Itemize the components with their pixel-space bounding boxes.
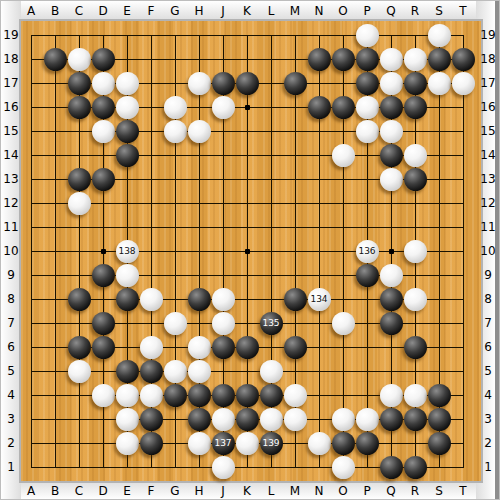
stone-F5[interactable]	[140, 360, 163, 383]
coord-letter-bottom: C	[69, 484, 89, 498]
stone-J1[interactable]	[212, 456, 235, 479]
coord-number-left: 8	[1, 292, 21, 306]
coord-number-right: 7	[478, 316, 498, 330]
stone-Q18[interactable]	[380, 48, 403, 71]
stone-P19[interactable]	[356, 24, 379, 47]
stone-R4[interactable]	[404, 384, 427, 407]
move-number-label: 138	[118, 247, 135, 256]
stone-M4[interactable]	[284, 384, 307, 407]
stone-D13[interactable]	[92, 168, 115, 191]
stone-P16[interactable]	[356, 96, 379, 119]
stone-H3[interactable]	[188, 408, 211, 431]
stone-J8[interactable]	[212, 288, 235, 311]
coord-letter-top: O	[333, 4, 353, 18]
stone-R14[interactable]	[404, 144, 427, 167]
coord-number-right: 3	[478, 412, 498, 426]
coord-letter-top: B	[45, 4, 65, 18]
stone-R1[interactable]	[404, 456, 427, 479]
coord-number-left: 15	[1, 124, 21, 138]
stone-P18[interactable]	[356, 48, 379, 71]
coord-number-left: 1	[1, 460, 21, 474]
stone-D17[interactable]	[92, 72, 115, 95]
stone-C17[interactable]	[68, 72, 91, 95]
coord-number-right: 12	[478, 196, 498, 210]
stone-C5[interactable]	[68, 360, 91, 383]
coord-number-right: 2	[478, 436, 498, 450]
stone-L7[interactable]: 135	[260, 312, 283, 335]
stone-G5[interactable]	[164, 360, 187, 383]
coord-number-right: 17	[478, 76, 498, 90]
stone-D16[interactable]	[92, 96, 115, 119]
stone-P10[interactable]: 136	[356, 240, 379, 263]
stone-Q14[interactable]	[380, 144, 403, 167]
stone-E9[interactable]	[116, 264, 139, 287]
coord-number-right: 11	[478, 220, 498, 234]
stone-L2[interactable]: 139	[260, 432, 283, 455]
stone-M3[interactable]	[284, 408, 307, 431]
stone-N2[interactable]	[308, 432, 331, 455]
coord-letter-top: K	[237, 4, 257, 18]
stone-R10[interactable]	[404, 240, 427, 263]
coord-number-left: 2	[1, 436, 21, 450]
stone-H15[interactable]	[188, 120, 211, 143]
coord-number-right: 14	[478, 148, 498, 162]
coord-number-right: 1	[478, 460, 498, 474]
stone-O18[interactable]	[332, 48, 355, 71]
stone-C16[interactable]	[68, 96, 91, 119]
coord-number-right: 6	[478, 340, 498, 354]
stone-N16[interactable]	[308, 96, 331, 119]
stone-H5[interactable]	[188, 360, 211, 383]
coord-letter-bottom: M	[285, 484, 305, 498]
stone-J2[interactable]: 137	[212, 432, 235, 455]
stone-E15[interactable]	[116, 120, 139, 143]
stone-R6[interactable]	[404, 336, 427, 359]
stone-Q15[interactable]	[380, 120, 403, 143]
coord-letter-top: A	[21, 4, 41, 18]
coord-letter-top: M	[285, 4, 305, 18]
stone-N8[interactable]: 134	[308, 288, 331, 311]
coord-letter-bottom: N	[309, 484, 329, 498]
coord-number-left: 5	[1, 364, 21, 378]
stone-D7[interactable]	[92, 312, 115, 335]
stone-D9[interactable]	[92, 264, 115, 287]
coord-number-left: 11	[1, 220, 21, 234]
stone-R3[interactable]	[404, 408, 427, 431]
grid-line	[463, 35, 464, 468]
stone-D18[interactable]	[92, 48, 115, 71]
coord-letter-top: S	[429, 4, 449, 18]
stone-C6[interactable]	[68, 336, 91, 359]
coord-letter-bottom: R	[405, 484, 425, 498]
stone-K17[interactable]	[236, 72, 259, 95]
stone-E16[interactable]	[116, 96, 139, 119]
coord-letter-top: R	[405, 4, 425, 18]
coord-number-right: 13	[478, 172, 498, 186]
stone-F2[interactable]	[140, 432, 163, 455]
move-number-label: 135	[262, 319, 279, 328]
stone-Q13[interactable]	[380, 168, 403, 191]
move-number-label: 134	[310, 295, 327, 304]
stone-E3[interactable]	[116, 408, 139, 431]
stone-S2[interactable]	[428, 432, 451, 455]
stone-Q9[interactable]	[380, 264, 403, 287]
coord-number-left: 14	[1, 148, 21, 162]
stone-R18[interactable]	[404, 48, 427, 71]
coord-letter-top: F	[141, 4, 161, 18]
coord-number-right: 15	[478, 124, 498, 138]
stone-P2[interactable]	[356, 432, 379, 455]
stone-Q16[interactable]	[380, 96, 403, 119]
coord-letter-bottom: G	[165, 484, 185, 498]
coord-letter-bottom: B	[45, 484, 65, 498]
stone-F3[interactable]	[140, 408, 163, 431]
stone-R8[interactable]	[404, 288, 427, 311]
stone-J7[interactable]	[212, 312, 235, 335]
stone-S3[interactable]	[428, 408, 451, 431]
stone-P9[interactable]	[356, 264, 379, 287]
stone-F6[interactable]	[140, 336, 163, 359]
stone-P15[interactable]	[356, 120, 379, 143]
coord-number-left: 3	[1, 412, 21, 426]
coord-letter-bottom: A	[21, 484, 41, 498]
stone-G4[interactable]	[164, 384, 187, 407]
coord-letter-bottom: J	[213, 484, 233, 498]
stone-O3[interactable]	[332, 408, 355, 431]
coord-number-right: 4	[478, 388, 498, 402]
coord-number-left: 16	[1, 100, 21, 114]
stone-P17[interactable]	[356, 72, 379, 95]
stone-G15[interactable]	[164, 120, 187, 143]
coord-letter-bottom: O	[333, 484, 353, 498]
stone-H8[interactable]	[188, 288, 211, 311]
coord-number-left: 6	[1, 340, 21, 354]
coord-letter-top: N	[309, 4, 329, 18]
coord-letter-bottom: L	[261, 484, 281, 498]
coord-letter-top: Q	[381, 4, 401, 18]
stone-Q7[interactable]	[380, 312, 403, 335]
stone-H2[interactable]	[188, 432, 211, 455]
coord-letter-top: J	[213, 4, 233, 18]
coord-letter-top: H	[189, 4, 209, 18]
stone-S4[interactable]	[428, 384, 451, 407]
stone-L4[interactable]	[260, 384, 283, 407]
coord-number-left: 17	[1, 76, 21, 90]
stone-D4[interactable]	[92, 384, 115, 407]
stone-Q3[interactable]	[380, 408, 403, 431]
stone-Q1[interactable]	[380, 456, 403, 479]
coord-letter-bottom: H	[189, 484, 209, 498]
stone-S17[interactable]	[428, 72, 451, 95]
coord-letter-top: D	[93, 4, 113, 18]
stone-H4[interactable]	[188, 384, 211, 407]
stone-O2[interactable]	[332, 432, 355, 455]
star-point	[389, 249, 394, 254]
stone-H17[interactable]	[188, 72, 211, 95]
stone-J4[interactable]	[212, 384, 235, 407]
coord-letter-bottom: P	[357, 484, 377, 498]
coord-letter-bottom: D	[93, 484, 113, 498]
stone-J6[interactable]	[212, 336, 235, 359]
coord-number-left: 7	[1, 316, 21, 330]
coord-number-right: 19	[478, 28, 498, 42]
stone-J17[interactable]	[212, 72, 235, 95]
coord-letter-bottom: S	[429, 484, 449, 498]
stone-O7[interactable]	[332, 312, 355, 335]
stone-E4[interactable]	[116, 384, 139, 407]
stone-E14[interactable]	[116, 144, 139, 167]
coord-number-left: 4	[1, 388, 21, 402]
coord-number-right: 8	[478, 292, 498, 306]
stone-R13[interactable]	[404, 168, 427, 191]
coord-letter-bottom: Q	[381, 484, 401, 498]
coord-letter-top: P	[357, 4, 377, 18]
stone-G7[interactable]	[164, 312, 187, 335]
coord-number-left: 10	[1, 244, 21, 258]
star-point	[245, 105, 250, 110]
coord-letter-bottom: F	[141, 484, 161, 498]
stone-L5[interactable]	[260, 360, 283, 383]
coord-number-left: 12	[1, 196, 21, 210]
stone-Q4[interactable]	[380, 384, 403, 407]
go-board-screen: 138136134135137139 AABBCCDDEEFFGGHHJJKKL…	[0, 0, 500, 500]
go-board[interactable]: 138136134135137139	[21, 21, 481, 481]
stone-F8[interactable]	[140, 288, 163, 311]
coord-number-left: 13	[1, 172, 21, 186]
stone-S18[interactable]	[428, 48, 451, 71]
stone-F4[interactable]	[140, 384, 163, 407]
coord-number-left: 18	[1, 52, 21, 66]
coord-number-right: 18	[478, 52, 498, 66]
stone-E10[interactable]: 138	[116, 240, 139, 263]
stone-M6[interactable]	[284, 336, 307, 359]
coord-number-right: 16	[478, 100, 498, 114]
coord-letter-top: T	[453, 4, 473, 18]
coord-letter-bottom: K	[237, 484, 257, 498]
stone-O14[interactable]	[332, 144, 355, 167]
stone-E17[interactable]	[116, 72, 139, 95]
stone-K2[interactable]	[236, 432, 259, 455]
stone-D6[interactable]	[92, 336, 115, 359]
stone-K4[interactable]	[236, 384, 259, 407]
stone-T18[interactable]	[452, 48, 475, 71]
coord-number-right: 9	[478, 268, 498, 282]
stone-J3[interactable]	[212, 408, 235, 431]
coord-letter-bottom: E	[117, 484, 137, 498]
coord-letter-top: G	[165, 4, 185, 18]
coord-letter-top: C	[69, 4, 89, 18]
stone-E2[interactable]	[116, 432, 139, 455]
stone-Q8[interactable]	[380, 288, 403, 311]
stone-N18[interactable]	[308, 48, 331, 71]
coord-number-left: 9	[1, 268, 21, 282]
stone-C8[interactable]	[68, 288, 91, 311]
stone-H6[interactable]	[188, 336, 211, 359]
stone-K3[interactable]	[236, 408, 259, 431]
coord-number-right: 10	[478, 244, 498, 258]
stone-O16[interactable]	[332, 96, 355, 119]
stone-M17[interactable]	[284, 72, 307, 95]
stone-K6[interactable]	[236, 336, 259, 359]
move-number-label: 137	[214, 439, 231, 448]
coord-letter-bottom: T	[453, 484, 473, 498]
coord-number-right: 5	[478, 364, 498, 378]
coord-number-left: 19	[1, 28, 21, 42]
stone-R17[interactable]	[404, 72, 427, 95]
stone-C12[interactable]	[68, 192, 91, 215]
stone-E5[interactable]	[116, 360, 139, 383]
stone-M8[interactable]	[284, 288, 307, 311]
star-point	[101, 249, 106, 254]
stone-Q17[interactable]	[380, 72, 403, 95]
stone-C13[interactable]	[68, 168, 91, 191]
stone-B18[interactable]	[44, 48, 67, 71]
coord-letter-top: L	[261, 4, 281, 18]
stone-O1[interactable]	[332, 456, 355, 479]
star-point	[245, 249, 250, 254]
stone-P3[interactable]	[356, 408, 379, 431]
stone-L3[interactable]	[260, 408, 283, 431]
stone-J16[interactable]	[212, 96, 235, 119]
grid-line	[31, 371, 464, 372]
stone-G16[interactable]	[164, 96, 187, 119]
stone-S19[interactable]	[428, 24, 451, 47]
stone-D15[interactable]	[92, 120, 115, 143]
stone-E8[interactable]	[116, 288, 139, 311]
move-number-label: 136	[358, 247, 375, 256]
stone-C18[interactable]	[68, 48, 91, 71]
stone-T17[interactable]	[452, 72, 475, 95]
stone-R16[interactable]	[404, 96, 427, 119]
coord-letter-top: E	[117, 4, 137, 18]
move-number-label: 139	[262, 439, 279, 448]
